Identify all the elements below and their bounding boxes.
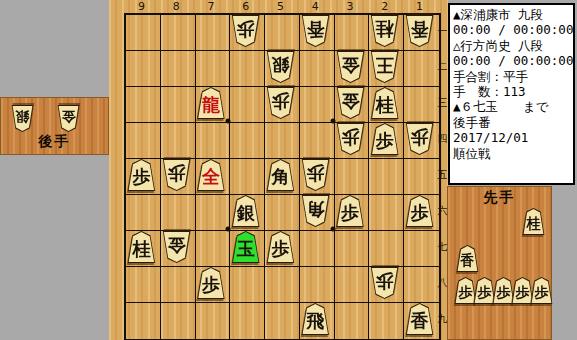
piece-glyph: 歩 [405,123,434,151]
piece-glyph: 歩 [127,163,156,191]
shogi-piece-香-19[interactable]: 香 [405,303,434,335]
board-square-69[interactable] [230,303,265,339]
shogi-piece-銀-66[interactable]: 銀 [231,195,260,227]
shogi-piece-玉-67[interactable]: 玉 [231,231,260,263]
shogi-piece-金-33[interactable]: 金 [336,87,365,119]
shogi-piece-角-46[interactable]: 角 [301,195,330,227]
shogi-piece-桂[interactable]: 桂 [522,208,545,235]
info-line: 手合割：平手 [453,69,573,84]
piece-glyph: 桂 [370,91,399,119]
shogi-piece-歩-36[interactable]: 歩 [336,195,365,227]
piece-glyph: 桂 [522,211,545,235]
board-square-83[interactable] [161,87,196,123]
board-square-96[interactable] [126,195,161,231]
board-square-74[interactable] [196,123,231,159]
board-square-12[interactable] [404,51,439,87]
file-label: 4 [298,1,333,12]
board-square-77[interactable] [196,231,231,267]
piece-glyph: 銀 [266,51,295,79]
piece-glyph: 歩 [370,267,399,295]
info-line: ▲６七玉 まで [453,99,573,114]
hoshi-dot [330,119,335,124]
shogi-piece-香-11[interactable]: 香 [405,15,434,47]
board-square-92[interactable] [126,51,161,87]
board-square-71[interactable] [196,15,231,51]
board-square-44[interactable] [300,123,335,159]
shogi-piece-金-32[interactable]: 金 [336,51,365,83]
board-square-35[interactable] [335,159,370,195]
board-square-31[interactable] [335,15,370,51]
piece-glyph: 王 [370,51,399,79]
piece-glyph: 桂 [127,235,156,263]
info-line: 順位戦 [453,146,573,161]
shogi-piece-歩-14[interactable]: 歩 [405,123,434,155]
piece-glyph: 角 [301,195,330,223]
game-info-panel: ▲深浦康市 九段00:00 / 00:00:00△行方尚史 八段00:00 / … [448,3,575,185]
board-square-59[interactable] [265,303,300,339]
shogi-piece-歩-24[interactable]: 歩 [370,123,399,155]
file-label: 9 [124,1,159,12]
hoshi-dot [226,227,231,232]
shogi-app-window: 987654321 一二三四五六七八九 歩香桂香銀金王龍歩金桂歩歩歩歩歩全角歩銀… [0,0,577,340]
info-line: 00:00 / 00:00:00 [453,53,573,68]
board-square-79[interactable] [196,303,231,339]
shogi-piece-銀-52[interactable]: 銀 [266,51,295,83]
shogi-piece-歩-53[interactable]: 歩 [266,87,295,119]
hoshi-dot [226,119,231,124]
board-square-15[interactable] [404,159,439,195]
info-line: 後手番 [453,115,573,130]
board-square-26[interactable] [369,195,404,231]
board-square-56[interactable] [265,195,300,231]
piece-glyph: 歩 [266,235,295,263]
piece-glyph: 金 [162,231,191,259]
shogi-piece-香-41[interactable]: 香 [301,15,330,47]
piece-glyph: 歩 [301,159,330,187]
file-label: 8 [159,1,194,12]
piece-glyph: 歩 [405,199,434,227]
info-line: △行方尚史 八段 [453,38,573,53]
board-square-42[interactable] [300,51,335,87]
board-square-62[interactable] [230,51,265,87]
piece-glyph: 金 [57,105,80,129]
board-square-89[interactable] [161,303,196,339]
board-square-58[interactable] [265,267,300,303]
piece-glyph: 角 [266,163,295,191]
piece-glyph: 金 [336,51,365,79]
board-square-51[interactable] [265,15,300,51]
piece-glyph: 飛 [301,307,330,335]
file-labels: 987654321 [124,1,437,12]
piece-glyph: 香 [456,248,479,272]
board-square-76[interactable] [196,195,231,231]
piece-glyph: 香 [301,15,330,43]
piece-glyph: 金 [336,87,365,115]
file-label: 3 [333,1,368,12]
board-square-81[interactable] [161,15,196,51]
board-square-98[interactable] [126,267,161,303]
piece-glyph: 桂 [370,15,399,43]
piece-glyph: 香 [405,15,434,43]
gote-hand-tray: 銀金 後手 [0,97,109,155]
board-square-72[interactable] [196,51,231,87]
board-square-88[interactable] [161,267,196,303]
board-square-39[interactable] [335,303,370,339]
board-square-86[interactable] [161,195,196,231]
board-square-37[interactable] [335,231,370,267]
file-label: 7 [194,1,229,12]
file-label: 6 [228,1,263,12]
shogi-piece-桂-23[interactable]: 桂 [370,87,399,119]
piece-glyph: 歩 [231,15,260,43]
info-line: 手 数：113 [453,84,573,99]
piece-glyph: 歩 [530,280,553,304]
board-square-65[interactable] [230,159,265,195]
board-square-94[interactable] [126,123,161,159]
shogi-piece-龍-73[interactable]: 龍 [196,87,225,119]
shogi-piece-飛-49[interactable]: 飛 [301,303,330,335]
shogi-piece-歩-28[interactable]: 歩 [370,267,399,299]
board-square-99[interactable] [126,303,161,339]
shogi-piece-歩-61[interactable]: 歩 [231,15,260,47]
board-square-27[interactable] [369,231,404,267]
board-square-47[interactable] [300,231,335,267]
shogi-piece-歩-34[interactable]: 歩 [336,123,365,155]
piece-glyph: 歩 [162,159,191,187]
gote-tray-label: 後手 [1,133,108,151]
piece-glyph: 玉 [231,235,260,263]
piece-glyph: 香 [405,307,434,335]
shogi-piece-王-22[interactable]: 王 [370,51,399,83]
board-square-43[interactable] [300,87,335,123]
shogi-piece-桂-97[interactable]: 桂 [127,231,156,263]
shogi-piece-桂-21[interactable]: 桂 [370,15,399,47]
piece-glyph: 銀 [231,199,260,227]
board-square-63[interactable] [230,87,265,123]
shogi-piece-銀[interactable]: 銀 [11,105,34,132]
shogi-piece-歩[interactable]: 歩 [530,277,553,304]
board-square-18[interactable] [404,267,439,303]
shogi-piece-歩-45[interactable]: 歩 [301,159,330,191]
file-label: 1 [402,1,437,12]
shogi-piece-歩-16[interactable]: 歩 [405,195,434,227]
board-square-68[interactable] [230,267,265,303]
shogi-piece-金-87[interactable]: 金 [162,231,191,263]
shogi-piece-歩-95[interactable]: 歩 [127,159,156,191]
board-square-38[interactable] [335,267,370,303]
piece-glyph: 歩 [370,127,399,155]
piece-glyph: 銀 [11,105,34,129]
info-line: 00:00 / 00:00:00 [453,22,573,37]
board-square-48[interactable] [300,267,335,303]
hoshi-dot [330,227,335,232]
board-square-17[interactable] [404,231,439,267]
piece-glyph: 歩 [336,123,365,151]
board-square-54[interactable] [265,123,300,159]
shogi-piece-香[interactable]: 香 [456,245,479,272]
board-square-84[interactable] [161,123,196,159]
info-line: ▲深浦康市 九段 [453,7,573,22]
board-square-64[interactable] [230,123,265,159]
shogi-piece-全-75[interactable]: 全 [196,159,225,191]
board-square-91[interactable] [126,15,161,51]
board-square-82[interactable] [161,51,196,87]
piece-glyph: 歩 [196,271,225,299]
shogi-piece-角-55[interactable]: 角 [266,159,295,191]
board-square-25[interactable] [369,159,404,195]
shogi-piece-歩-78[interactable]: 歩 [196,267,225,299]
board-square-93[interactable] [126,87,161,123]
piece-glyph: 歩 [266,87,295,115]
info-line: 2017/12/01 [453,130,573,145]
piece-glyph: 歩 [336,199,365,227]
board-square-29[interactable] [369,303,404,339]
file-label: 5 [263,1,298,12]
shogi-piece-歩-57[interactable]: 歩 [266,231,295,263]
file-label: 2 [367,1,402,12]
board-square-13[interactable] [404,87,439,123]
sente-hand-tray: 先手 桂香歩歩歩歩歩 [447,186,552,340]
shogi-piece-歩-85[interactable]: 歩 [162,159,191,191]
shogi-piece-金[interactable]: 金 [57,105,80,132]
piece-glyph: 全 [196,163,225,191]
sente-tray-label: 先手 [448,189,551,207]
piece-glyph: 龍 [196,91,225,119]
